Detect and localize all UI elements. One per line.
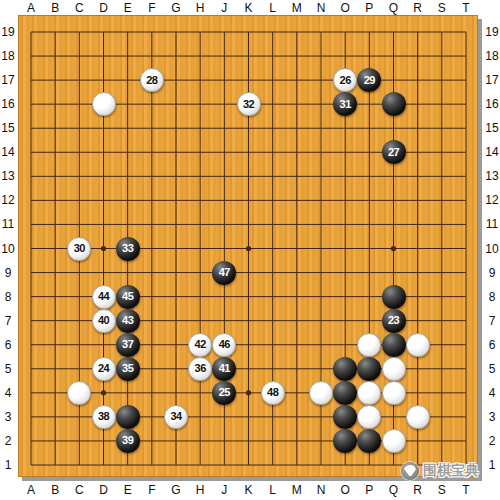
coordinate-label-10: 10 [0,242,17,256]
coordinate-label-F: F [143,483,161,497]
stone-white-F17-move-28: 28 [140,68,164,92]
coordinate-label-L: L [264,1,282,15]
coordinate-label-14: 14 [483,145,500,159]
coordinate-label-8: 8 [483,290,500,304]
coordinate-label-3: 3 [483,410,500,424]
move-number: 38 [98,411,109,422]
stone-white-D3-move-38: 38 [92,405,116,429]
move-number: 23 [388,315,399,326]
coordinate-label-N: N [312,1,330,15]
coordinate-label-J: J [215,1,233,15]
watermark-text: 围棋宝典 [423,462,479,480]
coordinate-label-O: O [336,1,354,15]
coordinate-label-19: 19 [483,25,500,39]
coordinate-label-F: F [143,1,161,15]
stone-white-G3-move-34: 34 [164,405,188,429]
stone-black-J9-move-47: 47 [212,261,236,285]
coordinate-label-11: 11 [483,217,500,231]
stone-black-E10-move-33: 33 [116,237,140,261]
move-number: 30 [74,243,85,254]
coordinate-label-O: O [336,483,354,497]
stone-black-O3 [333,405,357,429]
coordinate-label-N: N [312,483,330,497]
coordinate-label-18: 18 [0,49,17,63]
coordinate-label-K: K [240,483,258,497]
move-number: 41 [219,363,230,374]
stone-white-R3 [406,405,430,429]
coordinate-label-12: 12 [483,193,500,207]
stone-white-D16 [92,92,116,116]
stone-white-R6 [406,333,430,357]
stone-white-C4 [67,381,91,405]
coordinate-label-Q: Q [385,1,403,15]
coordinate-label-L: L [264,483,282,497]
stone-white-K16-move-32: 32 [237,92,261,116]
coordinate-label-Q: Q [385,483,403,497]
stone-white-H6-move-42: 42 [188,333,212,357]
stone-black-E7-move-43: 43 [116,309,140,333]
coordinate-label-6: 6 [483,338,500,352]
stone-black-J4-move-25: 25 [212,381,236,405]
move-number: 26 [340,74,351,85]
coordinate-label-5: 5 [0,362,17,376]
coordinate-label-15: 15 [483,121,500,135]
coordinate-label-10: 10 [483,242,500,256]
fan-logo-icon [401,462,419,480]
coordinate-label-1: 1 [483,458,500,472]
coordinate-label-9: 9 [483,266,500,280]
stone-black-Q8 [382,285,406,309]
coordinate-label-T: T [457,1,475,15]
coordinate-label-6: 6 [0,338,17,352]
coordinate-label-8: 8 [0,290,17,304]
coordinate-label-S: S [433,1,451,15]
move-number: 33 [122,243,133,254]
move-number: 39 [122,435,133,446]
stone-black-J5-move-41: 41 [212,357,236,381]
coordinate-label-16: 16 [0,97,17,111]
coordinate-label-C: C [70,1,88,15]
stone-white-P4 [357,381,381,405]
move-number: 29 [364,74,375,85]
move-number: 45 [122,291,133,302]
move-number: 32 [243,98,254,109]
stone-black-Q14-move-27: 27 [382,140,406,164]
coordinate-label-E: E [119,1,137,15]
coordinate-label-M: M [288,483,306,497]
coordinate-label-R: R [409,1,427,15]
coordinate-label-D: D [95,483,113,497]
coordinate-label-A: A [22,483,40,497]
coordinate-label-16: 16 [483,97,500,111]
coordinate-label-15: 15 [0,121,17,135]
watermark: 围棋宝典 [401,461,479,481]
move-number: 31 [340,98,351,109]
star-point-Q10 [391,246,396,251]
move-number: 44 [98,291,109,302]
coordinate-label-2: 2 [0,434,17,448]
stone-black-O4 [333,381,357,405]
coordinate-label-B: B [46,483,64,497]
star-point-K10 [246,246,251,251]
stone-black-E5-move-35: 35 [116,357,140,381]
stone-black-Q6 [382,333,406,357]
coordinate-label-5: 5 [483,362,500,376]
coordinate-label-11: 11 [0,217,17,231]
stone-white-D5-move-24: 24 [92,357,116,381]
move-number: 27 [388,146,399,157]
coordinate-label-G: G [167,483,185,497]
stone-white-D7-move-40: 40 [92,309,116,333]
coordinate-label-2: 2 [483,434,500,448]
coordinate-label-12: 12 [0,193,17,207]
star-point-K4 [246,390,251,395]
stone-white-L4-move-48: 48 [261,381,285,405]
coordinate-label-H: H [191,483,209,497]
stone-black-P5 [357,357,381,381]
stone-black-O2 [333,429,357,453]
stone-white-Q4 [382,381,406,405]
stone-black-Q16 [382,92,406,116]
move-number: 36 [195,363,206,374]
coordinate-label-7: 7 [483,314,500,328]
coordinate-label-G: G [167,1,185,15]
stone-black-E2-move-39: 39 [116,429,140,453]
coordinate-label-13: 13 [483,169,500,183]
coordinate-label-R: R [409,483,427,497]
coordinate-label-13: 13 [0,169,17,183]
coordinate-label-14: 14 [0,145,17,159]
move-number: 46 [219,339,230,350]
coordinate-label-3: 3 [0,410,17,424]
move-number: 34 [170,411,181,422]
coordinate-label-17: 17 [0,73,17,87]
stone-black-Q7-move-23: 23 [382,309,406,333]
move-number: 43 [122,315,133,326]
stone-white-C10-move-30: 30 [67,237,91,261]
stone-white-D8-move-44: 44 [92,285,116,309]
move-number: 28 [146,74,157,85]
coordinate-label-B: B [46,1,64,15]
coordinate-label-D: D [95,1,113,15]
move-number: 37 [122,339,133,350]
coordinate-label-S: S [433,483,451,497]
coordinate-label-J: J [215,483,233,497]
coordinate-label-K: K [240,1,258,15]
stone-white-Q5 [382,357,406,381]
coordinate-label-1: 1 [0,458,17,472]
coordinate-label-4: 4 [483,386,500,400]
coordinate-label-H: H [191,1,209,15]
coordinate-label-19: 19 [0,25,17,39]
move-number: 25 [219,387,230,398]
move-number: 35 [122,363,133,374]
move-number: 24 [98,363,109,374]
coordinate-label-18: 18 [483,49,500,63]
move-number: 48 [267,387,278,398]
coordinate-label-M: M [288,1,306,15]
go-app-screenshot: 2826293231273033474445404323374246243536… [0,0,500,500]
coordinate-label-E: E [119,483,137,497]
coordinate-label-P: P [360,1,378,15]
stone-white-P6 [357,333,381,357]
stone-white-H5-move-36: 36 [188,357,212,381]
move-number: 40 [98,315,109,326]
stone-white-N4 [309,381,333,405]
stone-black-O5 [333,357,357,381]
coordinate-label-P: P [360,483,378,497]
stone-black-E6-move-37: 37 [116,333,140,357]
coordinate-label-T: T [457,483,475,497]
stone-black-E8-move-45: 45 [116,285,140,309]
star-point-D4 [101,390,106,395]
coordinate-label-9: 9 [0,266,17,280]
move-number: 47 [219,267,230,278]
move-number: 42 [195,339,206,350]
coordinate-label-4: 4 [0,386,17,400]
coordinate-label-17: 17 [483,73,500,87]
stone-black-E3 [116,405,140,429]
coordinate-label-A: A [22,1,40,15]
stone-white-J6-move-46: 46 [212,333,236,357]
coordinate-label-C: C [70,483,88,497]
stone-white-Q2 [382,429,406,453]
star-point-D10 [101,246,106,251]
go-board[interactable]: 2826293231273033474445404323374246243536… [18,15,478,477]
coordinate-label-7: 7 [0,314,17,328]
